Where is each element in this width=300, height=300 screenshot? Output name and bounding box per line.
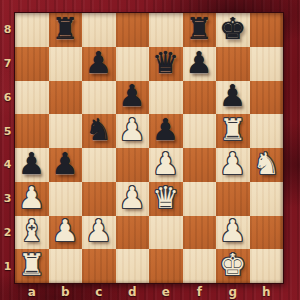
- black-knight-c5[interactable]: ♞: [85, 115, 112, 145]
- file-label-g: g: [216, 283, 250, 300]
- square-f3[interactable]: [183, 182, 217, 216]
- file-coordinate-labels: abcdefgh: [15, 283, 283, 300]
- file-label-a: a: [15, 283, 49, 300]
- rank-label-2: 2: [0, 216, 15, 250]
- file-label-c: c: [82, 283, 116, 300]
- square-g4[interactable]: ♟: [216, 148, 250, 182]
- square-h6[interactable]: [250, 81, 284, 115]
- square-d4[interactable]: [116, 148, 150, 182]
- square-b8[interactable]: ♜: [49, 13, 83, 47]
- black-pawn-b4[interactable]: ♟: [52, 149, 79, 179]
- square-g1[interactable]: ♚: [216, 249, 250, 283]
- white-pawn-e4[interactable]: ♟: [152, 149, 179, 179]
- square-d1[interactable]: [116, 249, 150, 283]
- square-h3[interactable]: [250, 182, 284, 216]
- file-label-e: e: [149, 283, 183, 300]
- square-g5[interactable]: ♜: [216, 114, 250, 148]
- square-f8[interactable]: ♜: [183, 13, 217, 47]
- file-label-f: f: [183, 283, 217, 300]
- square-h4[interactable]: ♞: [250, 148, 284, 182]
- square-a4[interactable]: ♟: [15, 148, 49, 182]
- square-g7[interactable]: [216, 47, 250, 81]
- square-e3[interactable]: ♛: [149, 182, 183, 216]
- square-b5[interactable]: [49, 114, 83, 148]
- square-h8[interactable]: [250, 13, 284, 47]
- square-d7[interactable]: [116, 47, 150, 81]
- square-g6[interactable]: ♟: [216, 81, 250, 115]
- rank-label-7: 7: [0, 47, 15, 81]
- black-pawn-d6[interactable]: ♟: [119, 81, 146, 111]
- white-bishop-a2[interactable]: ♝: [18, 216, 45, 246]
- black-rook-f8[interactable]: ♜: [186, 14, 213, 44]
- square-a1[interactable]: ♜: [15, 249, 49, 283]
- white-pawn-b2[interactable]: ♟: [52, 216, 79, 246]
- black-pawn-g6[interactable]: ♟: [219, 81, 246, 111]
- square-c6[interactable]: [82, 81, 116, 115]
- square-b7[interactable]: [49, 47, 83, 81]
- square-d6[interactable]: ♟: [116, 81, 150, 115]
- square-a5[interactable]: [15, 114, 49, 148]
- square-d3[interactable]: ♟: [116, 182, 150, 216]
- black-king-g8[interactable]: ♚: [219, 14, 246, 44]
- square-h5[interactable]: [250, 114, 284, 148]
- chess-board: ♜♜♚♟♛♟♟♟♞♟♟♜♟♟♟♟♞♟♟♛♝♟♟♟♜♚: [15, 13, 283, 283]
- square-g2[interactable]: ♟: [216, 216, 250, 250]
- white-pawn-g2[interactable]: ♟: [219, 216, 246, 246]
- square-e5[interactable]: ♟: [149, 114, 183, 148]
- square-h1[interactable]: [250, 249, 284, 283]
- square-f1[interactable]: [183, 249, 217, 283]
- square-c3[interactable]: [82, 182, 116, 216]
- square-e7[interactable]: ♛: [149, 47, 183, 81]
- square-c5[interactable]: ♞: [82, 114, 116, 148]
- square-c1[interactable]: [82, 249, 116, 283]
- white-queen-e3[interactable]: ♛: [152, 183, 179, 213]
- white-king-g1[interactable]: ♚: [219, 250, 246, 280]
- square-h7[interactable]: [250, 47, 284, 81]
- square-f2[interactable]: [183, 216, 217, 250]
- file-label-h: h: [250, 283, 284, 300]
- square-a3[interactable]: ♟: [15, 182, 49, 216]
- black-queen-e7[interactable]: ♛: [152, 48, 179, 78]
- white-rook-g5[interactable]: ♜: [219, 115, 246, 145]
- white-pawn-d3[interactable]: ♟: [119, 183, 146, 213]
- square-f4[interactable]: [183, 148, 217, 182]
- square-e8[interactable]: [149, 13, 183, 47]
- square-e2[interactable]: [149, 216, 183, 250]
- square-c2[interactable]: ♟: [82, 216, 116, 250]
- square-e6[interactable]: [149, 81, 183, 115]
- square-a6[interactable]: [15, 81, 49, 115]
- square-c7[interactable]: ♟: [82, 47, 116, 81]
- black-pawn-c7[interactable]: ♟: [85, 48, 112, 78]
- square-d8[interactable]: [116, 13, 150, 47]
- square-a8[interactable]: [15, 13, 49, 47]
- white-pawn-d5[interactable]: ♟: [119, 115, 146, 145]
- square-b2[interactable]: ♟: [49, 216, 83, 250]
- file-label-b: b: [49, 283, 83, 300]
- chess-board-screenshot: ♜♜♚♟♛♟♟♟♞♟♟♜♟♟♟♟♞♟♟♛♝♟♟♟♜♚ 87654321 abcd…: [0, 0, 300, 300]
- rank-label-3: 3: [0, 182, 15, 216]
- rank-label-6: 6: [0, 81, 15, 115]
- rank-label-4: 4: [0, 148, 15, 182]
- square-e1[interactable]: [149, 249, 183, 283]
- black-pawn-e5[interactable]: ♟: [152, 115, 179, 145]
- square-g8[interactable]: ♚: [216, 13, 250, 47]
- square-c4[interactable]: [82, 148, 116, 182]
- black-pawn-f7[interactable]: ♟: [186, 48, 213, 78]
- square-c8[interactable]: [82, 13, 116, 47]
- square-h2[interactable]: [250, 216, 284, 250]
- square-b3[interactable]: [49, 182, 83, 216]
- square-f6[interactable]: [183, 81, 217, 115]
- rank-coordinate-labels: 87654321: [0, 13, 15, 283]
- square-g3[interactable]: [216, 182, 250, 216]
- square-a2[interactable]: ♝: [15, 216, 49, 250]
- square-a7[interactable]: [15, 47, 49, 81]
- square-f5[interactable]: [183, 114, 217, 148]
- square-f7[interactable]: ♟: [183, 47, 217, 81]
- rank-label-8: 8: [0, 13, 15, 47]
- rank-label-1: 1: [0, 249, 15, 283]
- white-pawn-a3[interactable]: ♟: [18, 183, 45, 213]
- square-b1[interactable]: [49, 249, 83, 283]
- white-knight-h4[interactable]: ♞: [253, 149, 280, 179]
- square-b4[interactable]: ♟: [49, 148, 83, 182]
- rank-label-5: 5: [0, 114, 15, 148]
- white-pawn-c2[interactable]: ♟: [85, 216, 112, 246]
- white-pawn-g4[interactable]: ♟: [219, 149, 246, 179]
- square-d2[interactable]: [116, 216, 150, 250]
- white-rook-a1[interactable]: ♜: [18, 250, 45, 280]
- black-pawn-a4[interactable]: ♟: [18, 149, 45, 179]
- square-b6[interactable]: [49, 81, 83, 115]
- black-rook-b8[interactable]: ♜: [52, 14, 79, 44]
- file-label-d: d: [116, 283, 150, 300]
- square-e4[interactable]: ♟: [149, 148, 183, 182]
- square-d5[interactable]: ♟: [116, 114, 150, 148]
